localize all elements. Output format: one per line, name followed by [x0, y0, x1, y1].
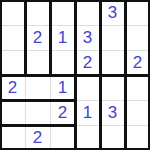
region-border [49, 0, 52, 76]
cell-r5c5[interactable]: 3 [100, 100, 125, 125]
cell-r3c1[interactable] [0, 50, 25, 75]
cell-r6c6[interactable] [125, 125, 150, 150]
cell-r3c3[interactable] [50, 50, 75, 75]
cell-r5c6[interactable] [125, 100, 150, 125]
cell-r4c1[interactable]: 2 [0, 75, 25, 100]
cell-r1c3[interactable] [50, 0, 75, 25]
cell-r6c3[interactable] [50, 125, 75, 150]
cell-r1c5[interactable]: 3 [100, 0, 125, 25]
cell-r2c4[interactable]: 3 [75, 25, 100, 50]
cell-r4c6[interactable] [125, 75, 150, 100]
cell-r2c3[interactable]: 1 [50, 25, 75, 50]
cell-r4c5[interactable] [100, 75, 125, 100]
cell-r3c5[interactable] [100, 50, 125, 75]
cell-r6c4[interactable] [75, 125, 100, 150]
puzzle-board: 3 2 1 3 2 2 2 1 2 1 3 2 [0, 0, 150, 150]
cell-r4c3[interactable]: 1 [50, 75, 75, 100]
cell-r3c6[interactable]: 2 [125, 50, 150, 75]
cell-r6c2[interactable]: 2 [25, 125, 50, 150]
cell-r6c1[interactable] [0, 125, 25, 150]
cell-r2c6[interactable] [125, 25, 150, 50]
cell-r5c4[interactable]: 1 [75, 100, 100, 125]
cell-r4c4[interactable] [75, 75, 100, 100]
cell-r1c6[interactable] [125, 0, 150, 25]
cell-r1c1[interactable] [0, 0, 25, 25]
cell-r5c1[interactable] [0, 100, 25, 125]
cell-r1c4[interactable] [75, 0, 100, 25]
cell-r2c1[interactable] [0, 25, 25, 50]
cell-r4c2[interactable] [25, 75, 50, 100]
cell-r5c3[interactable]: 2 [50, 100, 75, 125]
region-border [0, 124, 77, 127]
cell-r2c2[interactable]: 2 [25, 25, 50, 50]
cell-r1c2[interactable] [25, 0, 50, 25]
region-border [24, 0, 27, 76]
cell-r5c2[interactable] [25, 100, 50, 125]
cell-r3c2[interactable] [25, 50, 50, 75]
cell-r2c5[interactable] [100, 25, 125, 50]
region-border [0, 74, 150, 77]
cell-r3c4[interactable]: 2 [75, 50, 100, 75]
region-border [0, 99, 77, 102]
cell-r6c5[interactable] [100, 125, 125, 150]
